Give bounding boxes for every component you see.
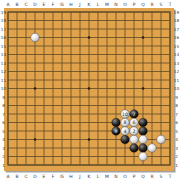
col-label-bottom-L: L xyxy=(97,174,100,179)
stone-black-Q6[interactable] xyxy=(139,118,148,127)
stone-black-Q3[interactable] xyxy=(139,144,148,153)
stone-white-S4[interactable] xyxy=(157,135,166,144)
row-label-left-10: 10 xyxy=(1,86,7,91)
col-label-top-B: B xyxy=(15,2,18,7)
col-label-bottom-F: F xyxy=(52,174,55,179)
star-point-Q16 xyxy=(142,36,145,39)
col-label-bottom-R: R xyxy=(150,174,153,179)
col-label-bottom-J: J xyxy=(78,174,80,179)
stone-white-P5[interactable]: 2 xyxy=(130,127,139,136)
col-label-bottom-B: B xyxy=(15,174,18,179)
col-label-bottom-P: P xyxy=(133,174,136,179)
stone-white-Q2[interactable] xyxy=(139,152,148,161)
row-label-left-9: 9 xyxy=(2,95,5,100)
move-number-4: 4 xyxy=(124,129,127,134)
row-label-left-4: 4 xyxy=(2,137,5,142)
star-point-K16 xyxy=(88,36,91,39)
row-label-right-16: 16 xyxy=(174,35,180,40)
col-label-bottom-A: A xyxy=(6,174,10,179)
col-label-bottom-G: G xyxy=(60,174,64,179)
col-label-bottom-E: E xyxy=(43,174,46,179)
move-number-2: 2 xyxy=(133,129,136,134)
row-label-left-16: 16 xyxy=(1,35,7,40)
row-label-left-5: 5 xyxy=(2,129,5,134)
col-label-bottom-D: D xyxy=(33,174,37,179)
row-label-left-6: 6 xyxy=(2,120,5,125)
row-label-left-3: 3 xyxy=(2,146,5,151)
col-label-top-O: O xyxy=(123,2,127,7)
col-label-bottom-T: T xyxy=(168,174,172,179)
move-number-10: 10 xyxy=(122,112,128,117)
col-label-top-P: P xyxy=(133,2,136,7)
row-label-left-19: 19 xyxy=(1,10,7,15)
col-label-bottom-H: H xyxy=(69,174,72,179)
move-number-6: 6 xyxy=(133,120,136,125)
col-label-top-R: R xyxy=(150,2,153,7)
row-label-right-12: 12 xyxy=(174,69,180,74)
move-number-7: 7 xyxy=(133,112,136,117)
stone-white-Q4[interactable] xyxy=(139,135,148,144)
row-label-right-6: 6 xyxy=(175,120,178,125)
col-label-top-H: H xyxy=(69,2,72,7)
stone-white-P6[interactable]: 6 xyxy=(130,118,139,127)
row-label-right-19: 19 xyxy=(174,10,180,15)
stone-black-P7[interactable]: 7 xyxy=(130,110,139,119)
col-label-bottom-M: M xyxy=(105,174,109,179)
col-label-top-F: F xyxy=(52,2,55,7)
row-label-right-9: 9 xyxy=(175,95,178,100)
row-label-right-17: 17 xyxy=(174,27,180,32)
row-label-right-14: 14 xyxy=(174,52,180,57)
row-label-left-18: 18 xyxy=(1,18,7,23)
row-label-left-7: 7 xyxy=(2,112,5,117)
row-label-right-10: 10 xyxy=(174,86,180,91)
stone-white-R3[interactable] xyxy=(148,144,157,153)
stone-white-O6[interactable]: 8 xyxy=(121,118,130,127)
col-label-top-G: G xyxy=(60,2,64,7)
stone-black-Q5[interactable] xyxy=(139,127,148,136)
stone-white-D16[interactable] xyxy=(31,33,40,42)
col-label-top-N: N xyxy=(114,2,117,7)
row-label-right-15: 15 xyxy=(174,44,180,49)
col-label-bottom-N: N xyxy=(114,174,117,179)
col-label-top-T: T xyxy=(168,2,172,7)
col-label-bottom-O: O xyxy=(123,174,127,179)
row-label-right-1: 1 xyxy=(175,163,178,168)
row-label-left-1: 1 xyxy=(2,163,5,168)
stone-white-P4[interactable] xyxy=(130,135,139,144)
row-label-right-8: 8 xyxy=(175,103,178,108)
move-number-8: 8 xyxy=(124,120,127,125)
row-label-left-11: 11 xyxy=(1,78,7,83)
stone-white-O7[interactable]: 10 xyxy=(121,110,130,119)
star-point-Q10 xyxy=(142,87,145,90)
col-label-top-S: S xyxy=(160,2,163,7)
col-label-top-L: L xyxy=(97,2,100,7)
row-label-right-4: 4 xyxy=(175,137,178,142)
row-label-right-18: 18 xyxy=(174,18,180,23)
col-label-top-M: M xyxy=(105,2,109,7)
row-label-right-5: 5 xyxy=(175,129,178,134)
row-label-left-15: 15 xyxy=(1,44,7,49)
stone-black-P3[interactable] xyxy=(130,144,139,153)
stone-black-O4[interactable] xyxy=(121,135,130,144)
col-label-top-A: A xyxy=(6,2,10,7)
go-board-app: AABBCCDDEEFFGGHHJJKKLLMMNNOOPPQQRRSSTT19… xyxy=(0,0,180,180)
col-label-top-C: C xyxy=(24,2,27,7)
stone-black-N6[interactable] xyxy=(112,118,121,127)
row-label-left-8: 8 xyxy=(2,103,5,108)
move-number-9: 9 xyxy=(115,129,118,134)
col-label-top-K: K xyxy=(88,2,92,7)
stone-black-N5[interactable]: 9 xyxy=(112,127,121,136)
col-label-top-Q: Q xyxy=(141,2,145,7)
row-label-right-7: 7 xyxy=(175,112,178,117)
row-label-right-11: 11 xyxy=(174,78,180,83)
row-label-left-13: 13 xyxy=(1,61,7,66)
go-board[interactable]: AABBCCDDEEFFGGHHJJKKLLMMNNOOPPQQRRSSTT19… xyxy=(0,0,180,180)
star-point-K4 xyxy=(88,138,91,141)
col-label-top-J: J xyxy=(78,2,80,7)
col-label-bottom-K: K xyxy=(88,174,92,179)
star-point-K10 xyxy=(88,87,91,90)
col-label-bottom-S: S xyxy=(160,174,163,179)
star-point-D10 xyxy=(34,87,37,90)
col-label-bottom-C: C xyxy=(24,174,27,179)
row-label-left-14: 14 xyxy=(1,52,7,57)
row-label-right-2: 2 xyxy=(175,154,178,159)
col-label-top-D: D xyxy=(33,2,37,7)
col-label-bottom-Q: Q xyxy=(141,174,145,179)
row-label-left-12: 12 xyxy=(1,69,7,74)
row-label-left-2: 2 xyxy=(2,154,5,159)
row-label-left-17: 17 xyxy=(1,27,7,32)
row-label-right-13: 13 xyxy=(174,61,180,66)
col-label-top-E: E xyxy=(43,2,46,7)
star-point-D4 xyxy=(34,138,37,141)
row-label-right-3: 3 xyxy=(175,146,178,151)
stone-white-O5[interactable]: 4 xyxy=(121,127,130,136)
